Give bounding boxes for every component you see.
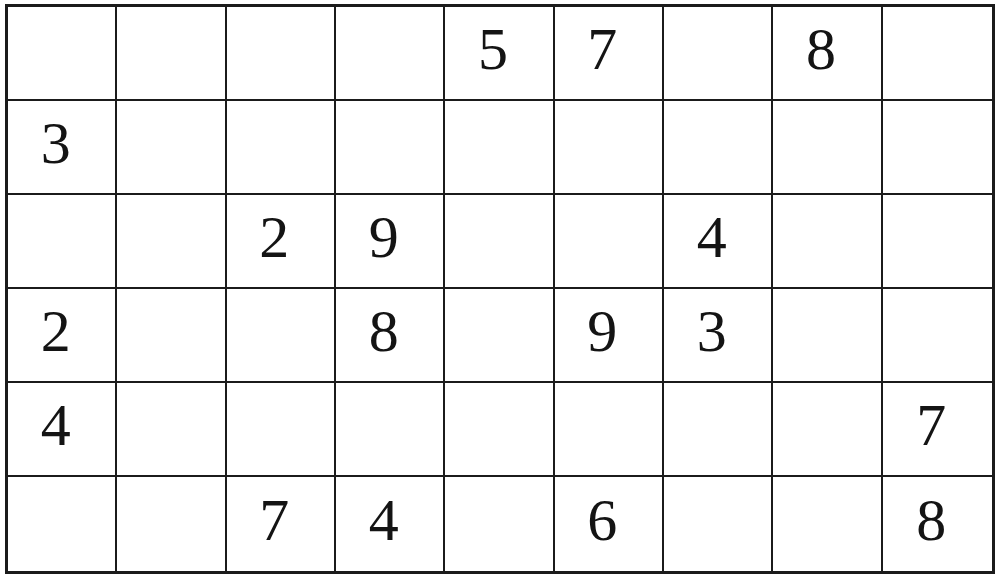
sudoku-figure: 57832942893477468 bbox=[0, 0, 1000, 578]
cell-r4c2 bbox=[117, 289, 226, 383]
cell-r2c1: 3 bbox=[8, 101, 117, 195]
cell-r3c2 bbox=[117, 195, 226, 289]
cell-r2c7 bbox=[664, 101, 773, 195]
given-digit: 3 bbox=[697, 301, 727, 361]
cell-r4c4: 8 bbox=[336, 289, 445, 383]
cell-r5c5 bbox=[445, 383, 554, 477]
cell-r4c6: 9 bbox=[555, 289, 664, 383]
cell-r3c1 bbox=[8, 195, 117, 289]
cell-r1c1 bbox=[8, 7, 117, 101]
cell-r4c7: 3 bbox=[664, 289, 773, 383]
given-digit: 9 bbox=[369, 207, 399, 267]
cell-r6c4: 4 bbox=[336, 477, 445, 571]
given-digit: 4 bbox=[41, 395, 71, 455]
cell-r3c4: 9 bbox=[336, 195, 445, 289]
given-digit: 7 bbox=[259, 490, 289, 550]
cell-r1c8: 8 bbox=[773, 7, 882, 101]
cell-r6c3: 7 bbox=[227, 477, 336, 571]
cell-r3c5 bbox=[445, 195, 554, 289]
cell-r1c2 bbox=[117, 7, 226, 101]
cell-r1c6: 7 bbox=[555, 7, 664, 101]
cell-r6c1 bbox=[8, 477, 117, 571]
cell-r5c8 bbox=[773, 383, 882, 477]
cell-r6c6: 6 bbox=[555, 477, 664, 571]
cell-r4c3 bbox=[227, 289, 336, 383]
cell-r3c3: 2 bbox=[227, 195, 336, 289]
cell-r1c3 bbox=[227, 7, 336, 101]
cell-r4c1: 2 bbox=[8, 289, 117, 383]
given-digit: 4 bbox=[369, 490, 399, 550]
cell-r3c7: 4 bbox=[664, 195, 773, 289]
cell-r2c3 bbox=[227, 101, 336, 195]
given-digit: 2 bbox=[259, 207, 289, 267]
cell-r1c5: 5 bbox=[445, 7, 554, 101]
cell-r3c8 bbox=[773, 195, 882, 289]
given-digit: 4 bbox=[697, 207, 727, 267]
cell-r2c9 bbox=[883, 101, 992, 195]
given-digit: 8 bbox=[369, 301, 399, 361]
cell-r1c9 bbox=[883, 7, 992, 101]
cell-r1c7 bbox=[664, 7, 773, 101]
cell-r4c9 bbox=[883, 289, 992, 383]
cell-r4c8 bbox=[773, 289, 882, 383]
cell-r2c2 bbox=[117, 101, 226, 195]
sudoku-grid: 57832942893477468 bbox=[5, 4, 995, 574]
given-digit: 3 bbox=[41, 113, 71, 173]
cell-r3c6 bbox=[555, 195, 664, 289]
cell-r5c9: 7 bbox=[883, 383, 992, 477]
given-digit: 7 bbox=[916, 395, 946, 455]
cell-r2c5 bbox=[445, 101, 554, 195]
cell-r3c9 bbox=[883, 195, 992, 289]
cell-r5c6 bbox=[555, 383, 664, 477]
cell-r5c4 bbox=[336, 383, 445, 477]
cell-r6c8 bbox=[773, 477, 882, 571]
cell-r5c2 bbox=[117, 383, 226, 477]
given-digit: 8 bbox=[916, 490, 946, 550]
given-digit: 9 bbox=[587, 301, 617, 361]
cell-r6c2 bbox=[117, 477, 226, 571]
cell-r5c1: 4 bbox=[8, 383, 117, 477]
given-digit: 8 bbox=[806, 19, 836, 79]
cell-r5c7 bbox=[664, 383, 773, 477]
cell-r2c8 bbox=[773, 101, 882, 195]
cell-r2c4 bbox=[336, 101, 445, 195]
cell-r2c6 bbox=[555, 101, 664, 195]
cell-r6c7 bbox=[664, 477, 773, 571]
cell-r6c9: 8 bbox=[883, 477, 992, 571]
cell-r4c5 bbox=[445, 289, 554, 383]
given-digit: 7 bbox=[587, 19, 617, 79]
cell-r6c5 bbox=[445, 477, 554, 571]
given-digit: 5 bbox=[478, 19, 508, 79]
cell-r1c4 bbox=[336, 7, 445, 101]
cell-r5c3 bbox=[227, 383, 336, 477]
given-digit: 2 bbox=[41, 301, 71, 361]
given-digit: 6 bbox=[587, 490, 617, 550]
